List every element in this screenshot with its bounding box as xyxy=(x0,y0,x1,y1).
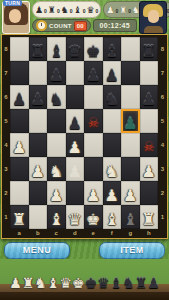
square-b2[interactable] xyxy=(29,181,48,205)
square-d2[interactable] xyxy=(66,181,85,205)
square-b3[interactable]: ♟ xyxy=(29,157,48,181)
rank-labels-left: 87654321 xyxy=(2,37,10,229)
file-labels: abcdefgh xyxy=(10,229,167,238)
captured-count: 0 xyxy=(83,8,86,14)
file-label: f xyxy=(103,229,122,238)
square-b5[interactable] xyxy=(29,109,48,133)
black-bishop: ♝ xyxy=(105,43,119,60)
square-e5[interactable]: ☠ xyxy=(84,109,103,133)
shelf-black-king: ♚ xyxy=(85,276,98,291)
knight-icon: ♞ xyxy=(61,5,69,15)
square-h6[interactable]: ♟ xyxy=(140,85,159,109)
pawn-icon: ♟ xyxy=(35,5,43,15)
black-pawn: ♟ xyxy=(86,67,100,84)
captured-count: 0 xyxy=(115,8,118,14)
menu-button[interactable]: MENU xyxy=(4,242,70,259)
black-knight: ♞ xyxy=(105,91,119,108)
square-d1[interactable]: ♛ xyxy=(66,205,85,229)
ghost-piece-icon: ♟ xyxy=(68,163,82,180)
captured-pawn-counter: ♟0 xyxy=(106,5,118,15)
white-king: ♚ xyxy=(86,211,100,228)
queen-icon: ♛ xyxy=(86,5,94,15)
square-f2[interactable]: ♟ xyxy=(103,181,122,205)
clock-icon xyxy=(36,20,47,31)
file-label: b xyxy=(29,229,48,238)
square-e2[interactable]: ♟ xyxy=(84,181,103,205)
square-d5[interactable]: ♟ xyxy=(66,109,85,133)
black-pawn: ♟ xyxy=(12,91,26,108)
square-g5[interactable]: ♟ xyxy=(121,109,140,133)
rank-label: 2 xyxy=(158,181,167,205)
square-f1[interactable]: ♝ xyxy=(103,205,122,229)
square-c6[interactable]: ♞ xyxy=(47,85,66,109)
black-queen: ♛ xyxy=(68,43,82,60)
shelf-white-knight: ♞ xyxy=(34,276,47,291)
top-center-panel: ♟0♜0♞0♝0♛0 ♟0♜0♞0♝0♛0 COUNT 00 00:12:45 xyxy=(32,1,137,34)
file-label: g xyxy=(121,229,140,238)
square-h7[interactable] xyxy=(140,61,159,85)
rank-label: 5 xyxy=(2,109,10,133)
square-f7[interactable]: ♟ xyxy=(103,61,122,85)
black-pawn: ♟ xyxy=(31,91,45,108)
white-bishop: ♝ xyxy=(105,211,119,228)
black-king: ♚ xyxy=(86,43,100,60)
square-b8[interactable]: ♜ xyxy=(29,37,48,61)
square-e8[interactable]: ♚ xyxy=(84,37,103,61)
game-screen: TURN ♟0♜0♞0♝0♛0 ♟0♜0♞0♝0♛0 COUNT 00 00:1… xyxy=(0,0,169,300)
chess-board: 87654321 ♜♝♛♚♝♜♟♟♟♟♟♞♞♟♟☠♟♟♟☠♟♞♟♞♟♟♟♟♟♜♝… xyxy=(1,34,168,239)
square-a8[interactable] xyxy=(10,37,29,61)
square-g7[interactable] xyxy=(121,61,140,85)
square-b6[interactable]: ♟ xyxy=(29,85,48,109)
captured-rook-counter: ♜0 xyxy=(119,5,131,15)
white-bishop: ♝ xyxy=(49,211,63,228)
white-pawn: ♟ xyxy=(31,163,45,180)
file-label: c xyxy=(47,229,66,238)
captured-count: 0 xyxy=(96,8,99,14)
square-g2[interactable]: ♟ xyxy=(121,181,140,205)
square-a7[interactable] xyxy=(10,61,29,85)
white-pawn: ♟ xyxy=(142,163,156,180)
rank-label: 2 xyxy=(2,181,10,205)
square-a1[interactable]: ♜ xyxy=(10,205,29,229)
square-d8[interactable]: ♛ xyxy=(66,37,85,61)
rank-label: 7 xyxy=(158,61,167,85)
square-c3[interactable]: ♞ xyxy=(47,157,66,181)
captured-count: 0 xyxy=(44,8,47,14)
square-e4[interactable] xyxy=(84,133,103,157)
shelf-black-knight: ♞ xyxy=(122,276,135,291)
piece-shelf: ♟♜♞♝♛♚♚♛♝♞♜♟ xyxy=(0,259,169,300)
shelf-black-queen: ♛ xyxy=(97,276,110,291)
file-label: d xyxy=(66,229,85,238)
black-bishop: ♝ xyxy=(49,43,63,60)
captured-count: 0 xyxy=(70,8,73,14)
captured-pawn-counter: ♟0 xyxy=(35,5,47,15)
rank-label: 3 xyxy=(158,157,167,181)
square-c8[interactable]: ♝ xyxy=(47,37,66,61)
square-f8[interactable]: ♝ xyxy=(103,37,122,61)
rank-label: 6 xyxy=(158,85,167,109)
rank-label: 1 xyxy=(158,205,167,229)
square-d3[interactable]: ♟ xyxy=(66,157,85,181)
square-e1[interactable]: ♚ xyxy=(84,205,103,229)
status-row: COUNT 00 00:12:45 xyxy=(32,19,137,32)
shelf-black-bishop: ♝ xyxy=(110,276,123,291)
item-button[interactable]: ITEM xyxy=(99,242,165,259)
white-knight: ♞ xyxy=(49,163,63,180)
portrait-face xyxy=(9,9,21,23)
skull-danger-icon: ☠ xyxy=(87,115,99,130)
shelf-white-pawn: ♟ xyxy=(9,276,22,291)
white-knight: ♞ xyxy=(105,163,119,180)
teal-pawn: ♟ xyxy=(123,115,137,132)
square-g8[interactable] xyxy=(121,37,140,61)
black-pawn: ♟ xyxy=(142,91,156,108)
shelf-black-rook: ♜ xyxy=(135,276,148,291)
square-a6[interactable]: ♟ xyxy=(10,85,29,109)
square-f3[interactable]: ♞ xyxy=(103,157,122,181)
file-label: h xyxy=(140,229,159,238)
square-a5[interactable] xyxy=(10,109,29,133)
white-rook: ♜ xyxy=(142,211,156,228)
captured-trays: ♟0♜0♞0♝0♛0 ♟0♜0♞0♝0♛0 xyxy=(32,1,137,18)
square-g3[interactable] xyxy=(121,157,140,181)
player-left-portrait xyxy=(3,2,29,33)
rank-label: 4 xyxy=(2,133,10,157)
captured-queen-counter: ♛0 xyxy=(86,5,98,15)
square-c4[interactable] xyxy=(47,133,66,157)
square-g4[interactable] xyxy=(121,133,140,157)
bishop-icon: ♝ xyxy=(74,5,82,15)
square-b7[interactable] xyxy=(29,61,48,85)
captured-count: 0 xyxy=(57,8,60,14)
black-rook: ♜ xyxy=(142,43,156,60)
square-c7[interactable]: ♟ xyxy=(47,61,66,85)
square-h4[interactable]: ☠ xyxy=(140,133,159,157)
shelf-black-pawn: ♟ xyxy=(147,276,160,291)
square-d7[interactable] xyxy=(66,61,85,85)
rank-label: 8 xyxy=(158,37,167,61)
square-c2[interactable]: ♟ xyxy=(47,181,66,205)
white-queen: ♛ xyxy=(68,211,82,228)
top-bar: TURN ♟0♜0♞0♝0♛0 ♟0♜0♞0♝0♛0 COUNT 00 00:1… xyxy=(0,0,169,34)
black-pawn: ♟ xyxy=(105,67,119,84)
square-b1[interactable] xyxy=(29,205,48,229)
captured-bishop-counter: ♝0 xyxy=(74,5,86,15)
square-e6[interactable] xyxy=(84,85,103,109)
square-d6[interactable] xyxy=(66,85,85,109)
captured-count: 0 xyxy=(167,8,169,14)
skull-danger-icon: ☠ xyxy=(143,139,155,154)
count-label: COUNT xyxy=(49,23,72,29)
rank-label: 3 xyxy=(2,157,10,181)
square-d4[interactable]: ♟ xyxy=(66,133,85,157)
captured-count: 0 xyxy=(128,8,131,14)
count-panel: COUNT 00 xyxy=(32,19,91,32)
captured-knight-counter: ♞0 xyxy=(61,5,73,15)
white-rook: ♜ xyxy=(12,211,26,228)
count-badge: 00 xyxy=(74,21,87,31)
square-g1[interactable]: ♝ xyxy=(121,205,140,229)
square-a4[interactable]: ♟ xyxy=(10,133,29,157)
black-rook: ♜ xyxy=(31,43,45,60)
timer-panel: 00:12:45 xyxy=(93,19,137,32)
square-h1[interactable]: ♜ xyxy=(140,205,159,229)
portrait-body xyxy=(144,26,163,34)
square-h2[interactable] xyxy=(140,181,159,205)
rank-label: 1 xyxy=(2,205,10,229)
rank-label: 4 xyxy=(158,133,167,157)
white-pawn: ♟ xyxy=(105,187,119,204)
rank-label: 6 xyxy=(2,85,10,109)
pawn-icon: ♟ xyxy=(106,5,114,15)
ghost-piece-icon: ♝ xyxy=(123,211,137,228)
square-e7[interactable]: ♟ xyxy=(84,61,103,85)
captured-rook-counter: ♜0 xyxy=(48,5,60,15)
square-c5[interactable] xyxy=(47,109,66,133)
white-pawn: ♟ xyxy=(12,139,26,156)
shelf-white-queen: ♛ xyxy=(59,276,72,291)
white-pawn: ♟ xyxy=(49,187,63,204)
square-e3[interactable] xyxy=(84,157,103,181)
rank-label: 7 xyxy=(2,61,10,85)
shelf-white-rook: ♜ xyxy=(22,276,35,291)
shelf-white-bishop: ♝ xyxy=(47,276,60,291)
square-f4[interactable] xyxy=(103,133,122,157)
square-g6[interactable] xyxy=(121,85,140,109)
board-grid: ♜♝♛♚♝♜♟♟♟♟♟♞♞♟♟☠♟♟♟☠♟♞♟♞♟♟♟♟♟♜♝♛♚♝♝♜ xyxy=(10,37,158,229)
timer-value: 00:12:45 xyxy=(100,22,130,29)
square-b4[interactable] xyxy=(29,133,48,157)
shelf-white-king: ♚ xyxy=(72,276,85,291)
white-pawn: ♟ xyxy=(123,187,137,204)
rank-label: 5 xyxy=(158,109,167,133)
action-buttons: MENU ITEM xyxy=(0,239,169,258)
white-pawn: ♟ xyxy=(86,187,100,204)
file-label: e xyxy=(84,229,103,238)
player-left-avatar: TURN xyxy=(2,1,30,34)
rank-label: 8 xyxy=(2,37,10,61)
captured-black-tray: ♟0♜0♞0♝0♛0 xyxy=(32,1,101,18)
rook-icon: ♜ xyxy=(119,5,127,15)
black-pawn: ♟ xyxy=(68,115,82,132)
black-pawn: ♟ xyxy=(49,67,63,84)
square-f5[interactable] xyxy=(103,109,122,133)
turn-indicator: TURN xyxy=(3,0,22,6)
file-label: a xyxy=(10,229,29,238)
black-knight: ♞ xyxy=(49,91,63,108)
square-h8[interactable]: ♜ xyxy=(140,37,159,61)
rank-labels-right: 87654321 xyxy=(158,37,167,229)
square-f6[interactable]: ♞ xyxy=(103,85,122,109)
white-pawn: ♟ xyxy=(68,139,82,156)
square-h5[interactable] xyxy=(140,109,159,133)
rook-icon: ♜ xyxy=(48,5,56,15)
square-c1[interactable]: ♝ xyxy=(47,205,66,229)
player-right-avatar xyxy=(139,1,167,34)
portrait-face xyxy=(148,10,159,23)
square-h3[interactable]: ♟ xyxy=(140,157,159,181)
square-a3[interactable] xyxy=(10,157,29,181)
square-a2[interactable] xyxy=(10,181,29,205)
